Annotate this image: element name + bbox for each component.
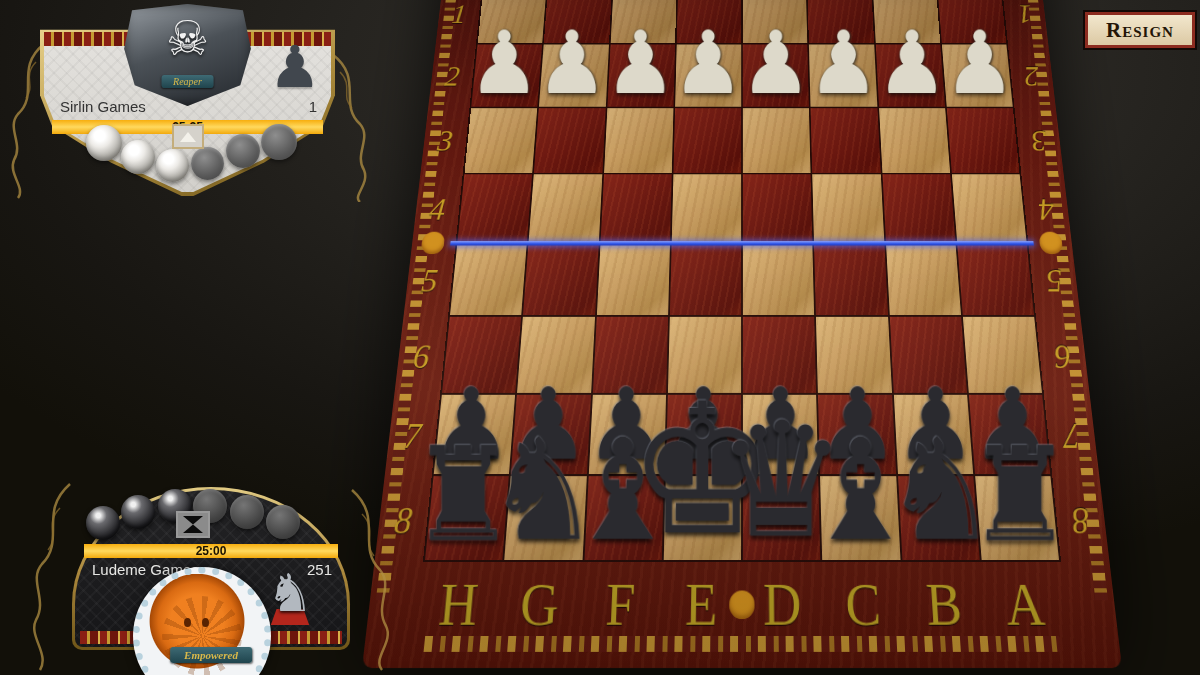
square-g5[interactable] — [523, 244, 598, 315]
piece-white-pawn[interactable]: ♟ — [740, 19, 811, 106]
white-stone-2-filled — [121, 140, 155, 174]
black-stone-6-empty — [266, 505, 300, 539]
square-e4[interactable] — [672, 174, 742, 242]
rank-label-left-3: 3 — [424, 124, 466, 158]
piece-black-rook[interactable]: ♜ — [967, 430, 1073, 560]
square-d3[interactable] — [743, 108, 811, 173]
piece-white-pawn[interactable]: ♟ — [944, 19, 1015, 106]
gold-filigree-bottom-left — [24, 478, 76, 673]
file-label-near-G: G — [497, 571, 582, 640]
piece-white-pawn[interactable]: ♟ — [537, 19, 608, 106]
crest-banner: Reaper — [161, 75, 214, 88]
square-c2[interactable]: ♟ — [809, 45, 877, 107]
rank-label-right-4: 4 — [1025, 191, 1068, 227]
square-h2[interactable]: ♟ — [471, 45, 542, 107]
hourglass-shape — [183, 516, 203, 533]
square-g3[interactable] — [534, 108, 605, 173]
board-3d-area: ♜♞♝♚♛♝♞♜♟♟♟♟♟♟♟♟♟♟♟♟♟♟♟♟♜♞♝♚♛♝♞♜ 1122334… — [327, 0, 1157, 668]
file-label-near-A: A — [982, 571, 1069, 640]
square-h5[interactable] — [450, 244, 527, 315]
square-b2[interactable]: ♟ — [875, 45, 944, 107]
midline-marker-dot-right — [1038, 232, 1063, 255]
player-panel-black: 25:00 Ludeme Games 251 Empowered ♞ — [72, 487, 350, 650]
rank-label-right-3: 3 — [1018, 124, 1060, 158]
square-b5[interactable] — [886, 244, 961, 315]
square-h4[interactable] — [457, 174, 532, 242]
piece-white-pawn[interactable]: ♟ — [876, 19, 947, 106]
reaper-skull-icon: ☠ — [120, 10, 256, 66]
piece-white-pawn[interactable]: ♟ — [808, 19, 879, 106]
square-e5[interactable] — [670, 244, 741, 315]
piece-white-pawn[interactable]: ♟ — [673, 19, 744, 106]
lion-eye — [202, 618, 209, 627]
black-stone-2-filled — [121, 495, 155, 529]
square-e2[interactable]: ♟ — [675, 45, 741, 107]
file-label-near-B: B — [902, 571, 987, 640]
lion-mane — [162, 596, 242, 675]
rank-label-left-2: 2 — [432, 60, 473, 92]
square-e3[interactable] — [673, 108, 741, 173]
black-clock-bar: 25:00 — [84, 544, 338, 558]
frame-braid-bottom — [424, 636, 1061, 652]
hourglass-icon — [176, 511, 210, 538]
square-b3[interactable] — [879, 108, 950, 173]
board-scene: ♜♞♝♚♛♝♞♜♟♟♟♟♟♟♟♟♟♟♟♟♟♟♟♟♜♞♝♚♛♝♞♜ 1122334… — [327, 0, 1157, 668]
square-f3[interactable] — [604, 108, 674, 173]
knight-icon-glyph: ♞ — [260, 567, 320, 619]
square-f5[interactable] — [596, 244, 669, 315]
rank-label-right-2: 2 — [1011, 60, 1052, 92]
square-d5[interactable] — [743, 244, 814, 315]
hourglass-icon — [172, 124, 204, 149]
square-f4[interactable] — [600, 174, 671, 242]
square-a2[interactable]: ♟ — [942, 45, 1013, 107]
square-c3[interactable] — [811, 108, 881, 173]
piece-white-pawn[interactable]: ♟ — [469, 19, 540, 106]
midline-marker-dot-left — [420, 232, 445, 255]
chess-table: ♜♞♝♚♛♝♞♜♟♟♟♟♟♟♟♟♟♟♟♟♟♟♟♟♜♞♝♚♛♝♞♜ 1122334… — [362, 0, 1122, 668]
player-panel-white: ☠ Reaper ♟ Sirlin Games 1 25:35 — [40, 28, 335, 196]
crest-banner: Empowered — [170, 647, 252, 663]
square-a3[interactable] — [947, 108, 1020, 173]
square-c5[interactable] — [814, 244, 887, 315]
square-g4[interactable] — [529, 174, 602, 242]
piece-white-pawn[interactable]: ♟ — [605, 19, 676, 106]
square-a5[interactable] — [957, 244, 1034, 315]
file-label-near-E: E — [660, 571, 741, 640]
rank-label-right-5: 5 — [1032, 262, 1077, 299]
file-label-near-F: F — [578, 571, 661, 640]
file-label-near-D: D — [742, 571, 823, 640]
black-stone-1-filled — [86, 506, 120, 540]
chess-board: ♜♞♝♚♛♝♞♜♟♟♟♟♟♟♟♟♟♟♟♟♟♟♟♟♜♞♝♚♛♝♞♜ — [423, 0, 1061, 562]
hourglass-shape — [180, 132, 196, 142]
file-label-near-C: C — [822, 571, 905, 640]
black-stone-5-empty — [230, 495, 264, 529]
square-a8[interactable]: ♜ — [975, 476, 1059, 560]
white-stone-6-empty — [261, 124, 297, 160]
rank-label-left-4: 4 — [416, 191, 459, 227]
resign-button[interactable]: Resign — [1085, 12, 1195, 48]
pawn-icon: ♟ — [269, 38, 321, 96]
square-g2[interactable]: ♟ — [539, 45, 608, 107]
square-d4[interactable] — [743, 174, 813, 242]
white-army-crest: ☠ Reaper — [120, 2, 256, 112]
square-b4[interactable] — [882, 174, 955, 242]
square-d2[interactable]: ♟ — [743, 45, 809, 107]
square-f2[interactable]: ♟ — [607, 45, 675, 107]
white-stone-3-filled — [156, 149, 189, 182]
black-clock-time: 25:00 — [196, 544, 227, 558]
square-h3[interactable] — [465, 108, 538, 173]
file-label-near-H: H — [415, 571, 502, 640]
white-stone-5-empty — [226, 134, 260, 168]
lion-eye — [184, 618, 191, 627]
white-stone-1-filled — [86, 125, 122, 161]
white-stone-4-empty — [191, 147, 224, 180]
rank-label-left-5: 5 — [407, 262, 452, 299]
knight-icon: ♞ — [260, 567, 320, 627]
square-a4[interactable] — [952, 174, 1027, 242]
chess2-game-screen: { "game": "chess", "app": "Chess 2: The … — [0, 0, 1200, 675]
square-c4[interactable] — [812, 174, 883, 242]
resign-label: Resign — [1106, 18, 1174, 43]
